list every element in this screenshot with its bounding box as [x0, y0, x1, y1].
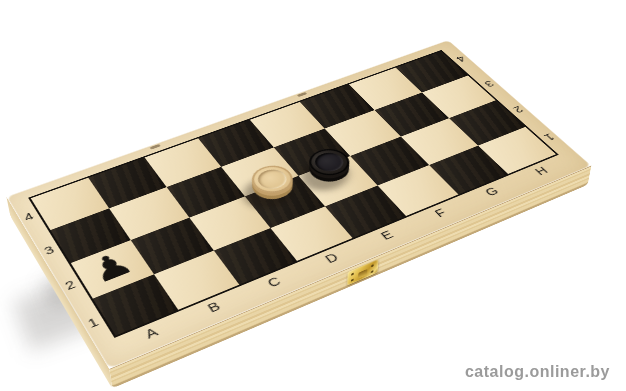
file-label-d: D — [318, 248, 346, 267]
square-e1 — [325, 185, 406, 238]
product-photo-stage: ♟ ABCDEFGH43214321 catalo — [0, 0, 626, 391]
scene-3d: ♟ ABCDEFGH43214321 — [0, 0, 626, 391]
chess-box: ♟ ABCDEFGH43214321 — [6, 40, 591, 369]
square-b2 — [131, 218, 213, 274]
file-label-f: F — [427, 204, 454, 221]
square-c1 — [213, 228, 297, 285]
square-a2: ♟ — [71, 240, 154, 298]
file-label-a: A — [137, 322, 166, 343]
square-a1 — [93, 274, 179, 336]
square-b1 — [154, 250, 239, 309]
file-label-e: E — [373, 226, 400, 244]
file-label-b: B — [200, 296, 228, 316]
square-d1 — [270, 206, 353, 261]
square-b3 — [109, 187, 189, 240]
file-label-c: C — [260, 272, 288, 292]
hinge-mark-1 — [149, 144, 160, 150]
hinge-mark-2 — [296, 92, 307, 97]
file-label-g: G — [478, 183, 505, 200]
printed-pawn-icon: ♟ — [84, 246, 140, 289]
square-a3 — [50, 208, 131, 263]
square-a4 — [31, 178, 109, 230]
watermark: catalog.onliner.by — [465, 363, 610, 381]
